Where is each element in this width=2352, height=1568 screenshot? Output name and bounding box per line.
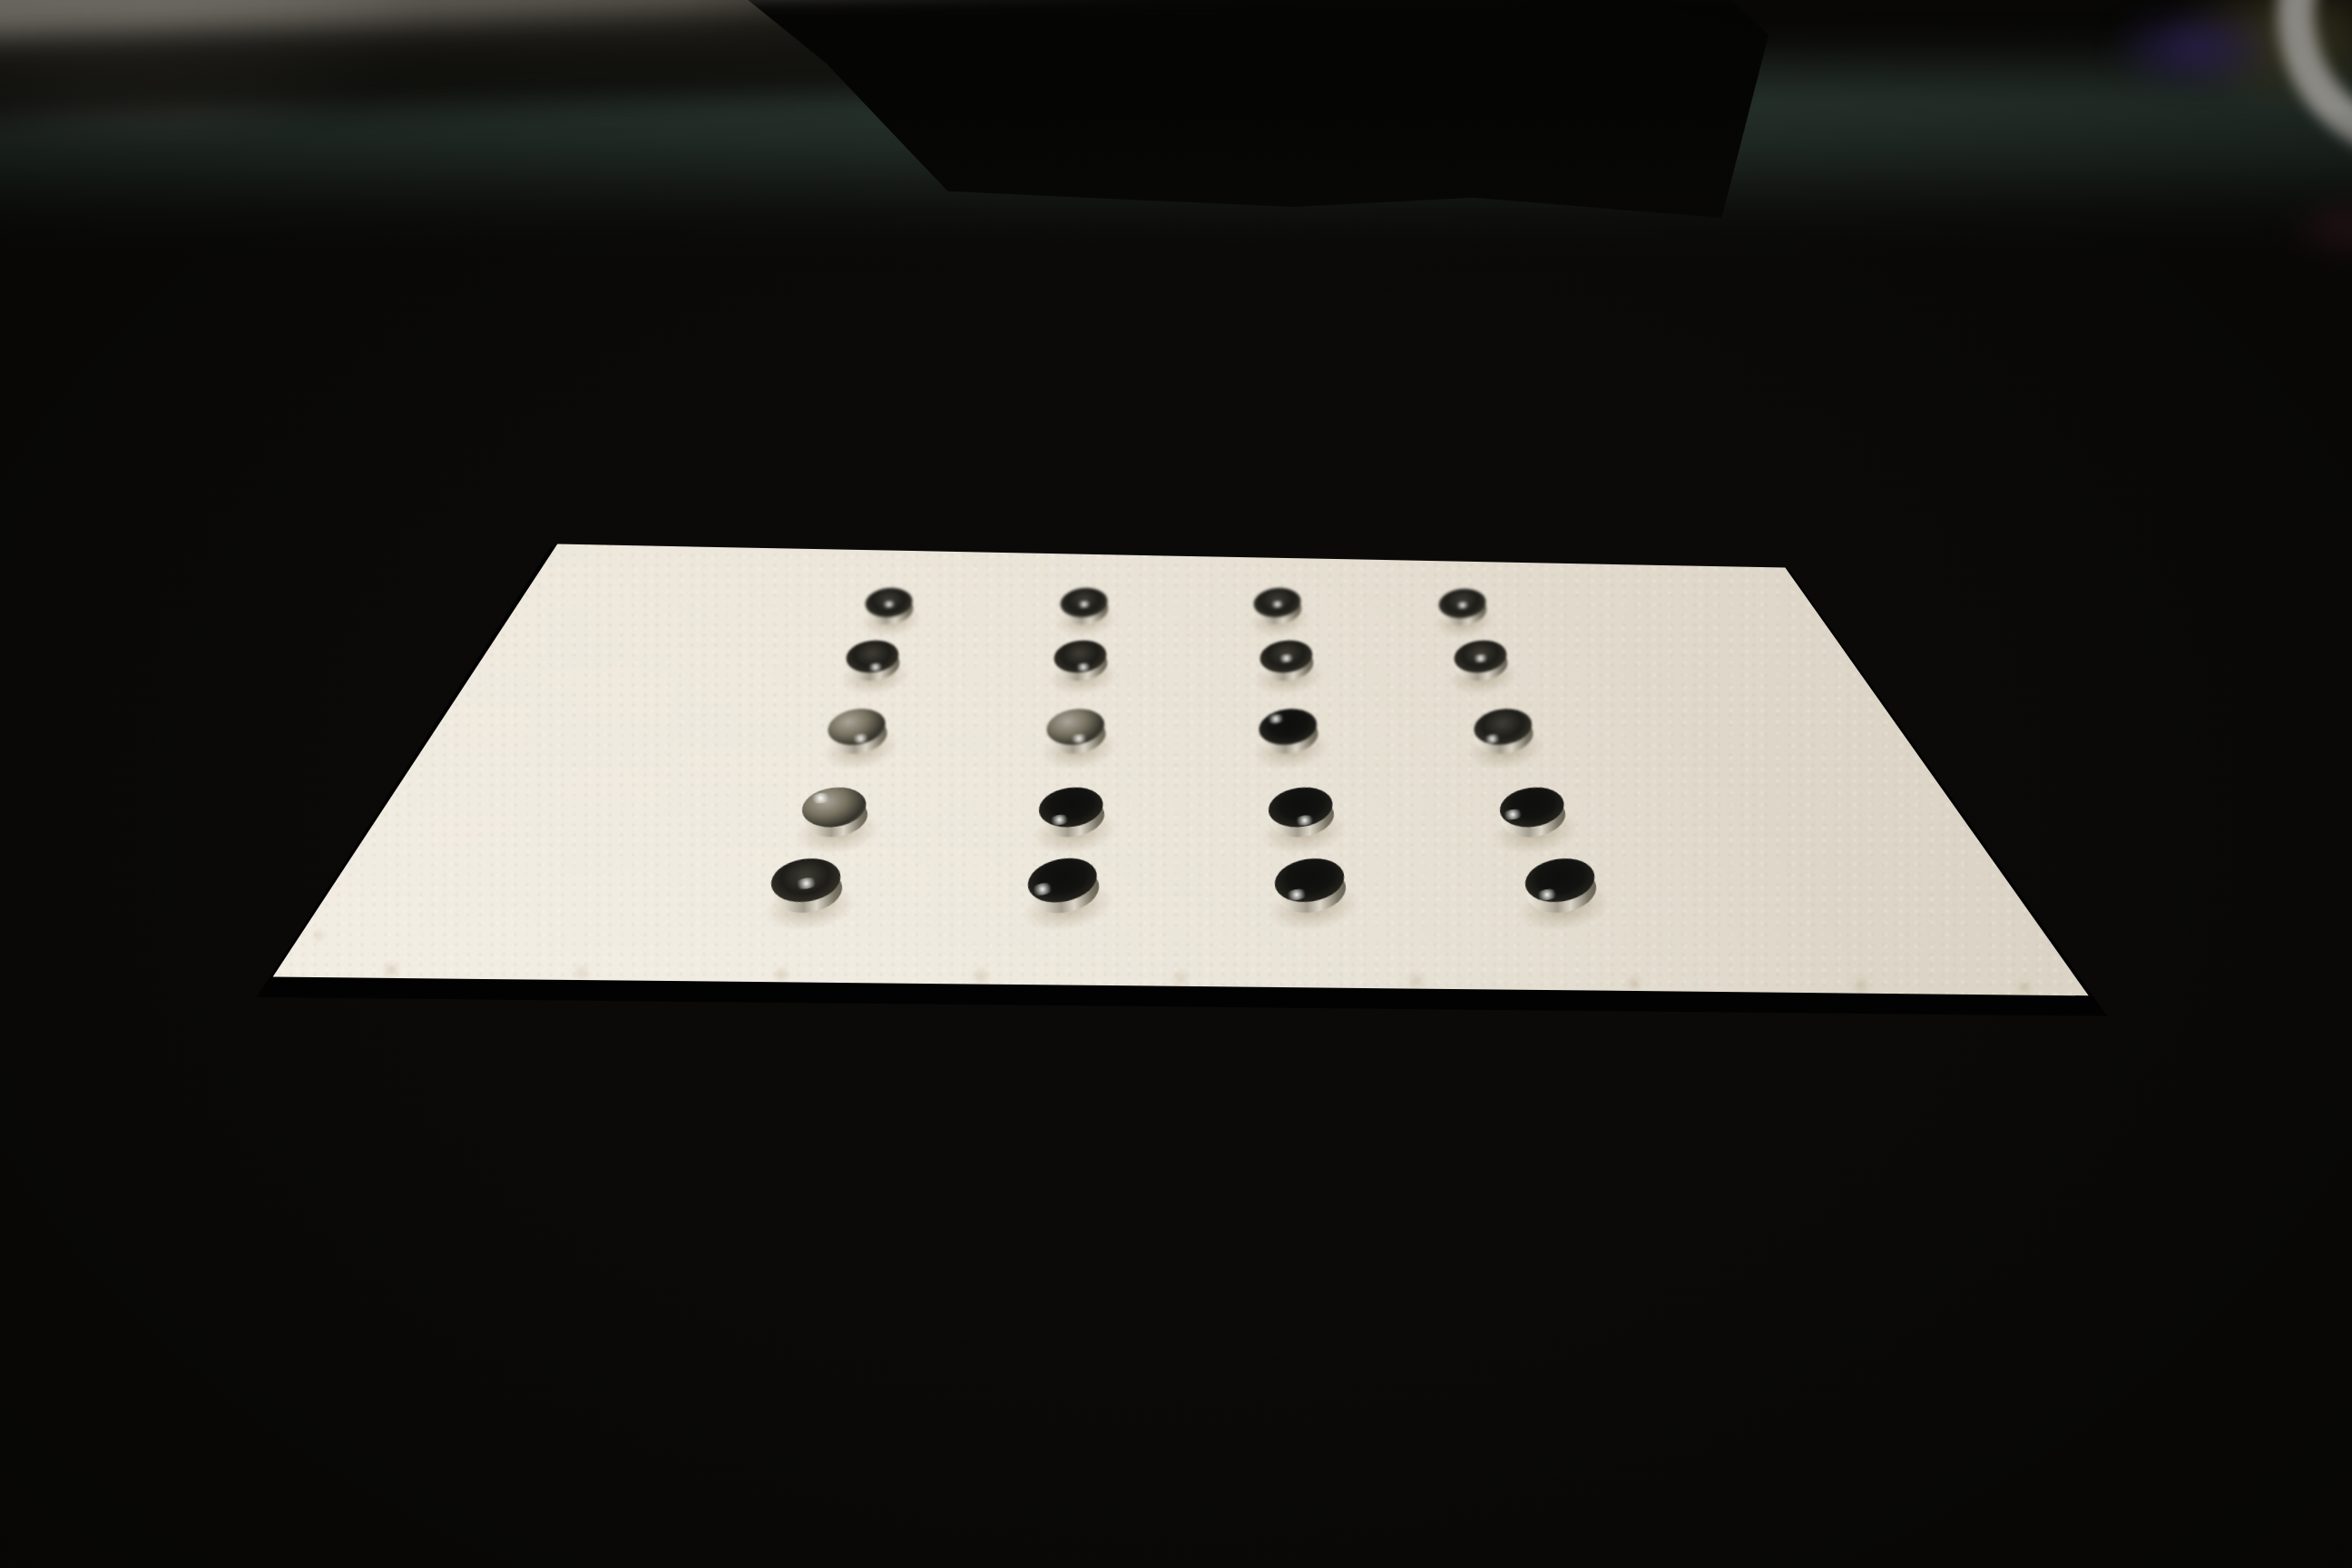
disc-specular-highlight — [1029, 881, 1054, 897]
magnet-disc — [1522, 854, 1599, 917]
magnet-disc — [1059, 585, 1110, 626]
magnet-disc — [1437, 586, 1488, 627]
disc-specular-highlight — [1534, 887, 1560, 902]
magnet-disc — [1252, 585, 1303, 626]
magnet-disc — [825, 704, 890, 758]
magnet-disc — [768, 854, 845, 917]
magnet-disc — [1259, 638, 1316, 684]
disc-specular-highlight — [794, 876, 819, 890]
magnet-disc — [1024, 852, 1103, 919]
disc-specular-highlight — [1269, 600, 1286, 609]
disc-specular-highlight — [1501, 808, 1524, 820]
disc-specular-highlight — [1482, 732, 1503, 744]
magnet-disc — [1497, 783, 1568, 840]
magnet-disc — [1271, 854, 1348, 917]
disc-specular-highlight — [1471, 653, 1490, 663]
photo-scene: Low-angle macro photograph of twenty sma… — [0, 0, 2352, 1568]
disc-specular-highlight — [1265, 713, 1286, 725]
disc-specular-highlight — [881, 600, 897, 609]
magnet-disc — [1053, 638, 1110, 684]
disc-specular-highlight — [1075, 600, 1092, 609]
disc-specular-highlight — [1455, 601, 1471, 610]
disc-specular-highlight — [808, 792, 831, 805]
magnet-disc — [1036, 783, 1107, 840]
magnet-disc — [1452, 638, 1509, 684]
disc-specular-highlight — [1277, 653, 1296, 663]
magnet-disc — [1472, 705, 1535, 757]
magnet-disc — [864, 585, 915, 626]
magnet-grid — [0, 0, 2352, 1568]
disc-specular-highlight — [1047, 813, 1070, 826]
magnet-disc — [1257, 705, 1320, 757]
magnet-disc — [844, 638, 901, 684]
magnet-disc — [799, 783, 870, 840]
disc-specular-highlight — [1284, 887, 1309, 902]
magnet-disc — [1044, 705, 1108, 757]
magnet-disc — [1266, 783, 1337, 840]
